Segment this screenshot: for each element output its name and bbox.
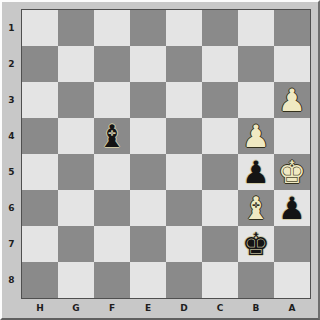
rank-label-8: 8 [2,262,21,298]
square-g1[interactable] [58,10,94,46]
square-d8[interactable] [166,262,202,298]
square-h5[interactable] [22,154,58,190]
square-c1[interactable] [202,10,238,46]
square-b3[interactable] [238,82,274,118]
square-f2[interactable] [94,46,130,82]
square-d5[interactable] [166,154,202,190]
square-e3[interactable] [130,82,166,118]
square-g2[interactable] [58,46,94,82]
square-d7[interactable] [166,226,202,262]
black-pawn[interactable]: ♟ [242,157,270,188]
square-h1[interactable] [22,10,58,46]
square-h4[interactable] [22,118,58,154]
square-b6[interactable]: ♝ [238,190,274,226]
square-h8[interactable] [22,262,58,298]
square-a8[interactable] [274,262,310,298]
white-pawn[interactable]: ♟ [278,85,306,116]
chess-board: ♟♝♟♟♚♝♟♚ [21,9,311,299]
square-d4[interactable] [166,118,202,154]
square-a4[interactable] [274,118,310,154]
square-a7[interactable] [274,226,310,262]
square-h7[interactable] [22,226,58,262]
square-g5[interactable] [58,154,94,190]
square-g8[interactable] [58,262,94,298]
square-f1[interactable] [94,10,130,46]
square-a6[interactable]: ♟ [274,190,310,226]
square-b2[interactable] [238,46,274,82]
square-b4[interactable]: ♟ [238,118,274,154]
rank-label-3: 3 [2,82,21,118]
square-d2[interactable] [166,46,202,82]
square-d1[interactable] [166,10,202,46]
rank-label-2: 2 [2,46,21,82]
black-king[interactable]: ♚ [242,229,270,260]
square-a1[interactable] [274,10,310,46]
square-a3[interactable]: ♟ [274,82,310,118]
square-c2[interactable] [202,46,238,82]
square-f6[interactable] [94,190,130,226]
square-c8[interactable] [202,262,238,298]
file-label-d: D [166,299,202,316]
square-d6[interactable] [166,190,202,226]
square-e7[interactable] [130,226,166,262]
square-e8[interactable] [130,262,166,298]
rank-label-7: 7 [2,226,21,262]
square-e4[interactable] [130,118,166,154]
square-c5[interactable] [202,154,238,190]
square-g4[interactable] [58,118,94,154]
rank-label-1: 1 [2,10,21,46]
chessboard-frame: 12345678 ♟♝♟♟♚♝♟♚ HGFEDCBA [0,0,320,320]
black-pawn[interactable]: ♟ [278,193,306,224]
square-a5[interactable]: ♚ [274,154,310,190]
square-f7[interactable] [94,226,130,262]
square-f8[interactable] [94,262,130,298]
square-f4[interactable]: ♝ [94,118,130,154]
square-c6[interactable] [202,190,238,226]
file-label-c: C [202,299,238,316]
rank-label-4: 4 [2,118,21,154]
square-a2[interactable] [274,46,310,82]
square-c7[interactable] [202,226,238,262]
square-e6[interactable] [130,190,166,226]
rank-label-6: 6 [2,190,21,226]
square-b1[interactable] [238,10,274,46]
file-label-e: E [130,299,166,316]
file-label-a: A [274,299,310,316]
square-h2[interactable] [22,46,58,82]
square-f3[interactable] [94,82,130,118]
square-d3[interactable] [166,82,202,118]
white-king[interactable]: ♚ [278,157,306,188]
file-label-h: H [22,299,58,316]
white-bishop[interactable]: ♝ [242,193,270,224]
square-e2[interactable] [130,46,166,82]
square-c3[interactable] [202,82,238,118]
square-h3[interactable] [22,82,58,118]
square-e1[interactable] [130,10,166,46]
square-b7[interactable]: ♚ [238,226,274,262]
square-b8[interactable] [238,262,274,298]
square-g3[interactable] [58,82,94,118]
square-g7[interactable] [58,226,94,262]
square-c4[interactable] [202,118,238,154]
square-h6[interactable] [22,190,58,226]
file-label-g: G [58,299,94,316]
file-labels: HGFEDCBA [22,299,310,316]
square-e5[interactable] [130,154,166,190]
rank-labels: 12345678 [2,10,21,298]
square-g6[interactable] [58,190,94,226]
white-pawn[interactable]: ♟ [242,121,270,152]
square-f5[interactable] [94,154,130,190]
square-b5[interactable]: ♟ [238,154,274,190]
file-label-f: F [94,299,130,316]
rank-label-5: 5 [2,154,21,190]
black-bishop[interactable]: ♝ [98,121,126,152]
file-label-b: B [238,299,274,316]
